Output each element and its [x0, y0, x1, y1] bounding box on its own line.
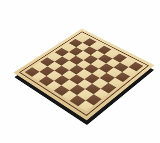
board-frame — [13, 28, 154, 120]
board-square[interactable] — [77, 79, 92, 89]
board-square[interactable] — [77, 69, 92, 79]
board-square[interactable] — [92, 68, 107, 78]
board-square[interactable] — [39, 76, 54, 86]
board-square[interactable] — [32, 71, 47, 81]
board-square[interactable] — [122, 67, 137, 77]
board-photo — [0, 0, 160, 143]
board-scene — [31, 16, 136, 121]
board-square[interactable] — [54, 85, 70, 96]
board-square[interactable] — [69, 74, 84, 84]
board-square[interactable] — [85, 83, 101, 94]
board-square[interactable] — [62, 80, 77, 90]
board-square[interactable] — [93, 88, 109, 99]
board-square[interactable] — [107, 67, 122, 77]
board-square[interactable] — [78, 100, 94, 111]
board-square[interactable] — [70, 95, 86, 106]
board-square[interactable] — [46, 80, 61, 90]
board-square[interactable] — [86, 94, 102, 105]
board-square[interactable] — [85, 73, 100, 83]
board-square[interactable] — [77, 89, 93, 100]
board-square[interactable] — [101, 83, 117, 94]
board-square[interactable] — [92, 78, 107, 88]
chess-board[interactable] — [13, 28, 154, 120]
board-square[interactable] — [62, 90, 78, 101]
board-square[interactable] — [62, 70, 77, 80]
board-square[interactable] — [54, 75, 69, 85]
board-square[interactable] — [69, 84, 85, 95]
board-square[interactable] — [47, 71, 62, 81]
board-square[interactable] — [115, 72, 130, 82]
squares-grid[interactable] — [25, 34, 144, 111]
board-square[interactable] — [108, 77, 123, 87]
board-square[interactable] — [100, 73, 115, 83]
